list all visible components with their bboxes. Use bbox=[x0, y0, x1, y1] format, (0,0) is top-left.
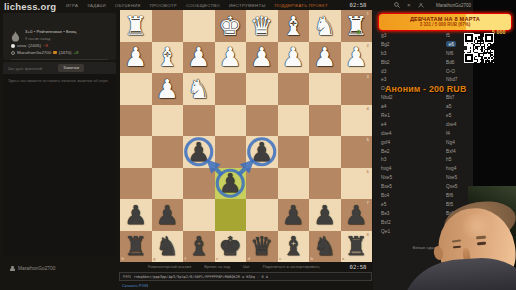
move-13b[interactable]: Ng4 bbox=[446, 139, 476, 148]
square-f4[interactable] bbox=[183, 105, 215, 137]
white-rating-delta: −8 bbox=[43, 43, 48, 48]
white-pawn[interactable]: ♟ bbox=[309, 42, 341, 74]
analysis-tab[interactable]: Компьютерный анализ bbox=[148, 264, 191, 269]
rank-label: 7 bbox=[367, 200, 369, 205]
analysis-tab[interactable]: Поделиться и экспортировать bbox=[263, 264, 320, 269]
move-18w[interactable]: Bxe5 bbox=[381, 183, 446, 192]
move-5w[interactable]: d3 bbox=[381, 68, 446, 77]
blitz-flame-icon bbox=[11, 31, 20, 43]
move-16w[interactable]: hxg4 bbox=[381, 165, 446, 174]
analysis-tab[interactable]: Время на ход bbox=[204, 264, 230, 269]
move-22w[interactable]: Bxf2 bbox=[381, 219, 446, 228]
goal-counter-min: 0 bbox=[357, 29, 360, 35]
square-d3[interactable] bbox=[246, 73, 278, 105]
lichess-analysis-page: lichess.org ИГРАЗАДАЧИОБУЧЕНИЕПРОСМОТРСО… bbox=[0, 0, 516, 290]
rank-label: 6 bbox=[367, 169, 369, 174]
menu-item[interactable]: ЗАДАЧИ bbox=[87, 3, 106, 8]
streamer-badge-icon bbox=[53, 51, 57, 55]
menu-item[interactable]: ПОДДЕРЖАТЬ ПРОЕКТ bbox=[275, 3, 328, 8]
menu-item[interactable]: ИГРА bbox=[66, 3, 78, 8]
white-pawn[interactable]: ♟ bbox=[152, 73, 184, 105]
square-g4[interactable] bbox=[152, 105, 184, 137]
black-pawn[interactable]: ♟ bbox=[278, 199, 310, 231]
rank-label: 8 bbox=[367, 232, 369, 237]
move-14w[interactable]: Be2 bbox=[381, 148, 446, 157]
square-b4[interactable] bbox=[309, 105, 341, 137]
move-10w[interactable]: Re1 bbox=[381, 112, 446, 121]
white-color-icon bbox=[11, 44, 15, 48]
header-username[interactable]: MarathonGo2700 bbox=[436, 3, 471, 8]
square-b6[interactable] bbox=[309, 168, 341, 200]
black-bishop[interactable]: ♝ bbox=[183, 231, 215, 263]
white-player-line[interactable]: vova (2405) −8 bbox=[11, 43, 48, 48]
share-link[interactable]: Скачать PGN bbox=[122, 283, 148, 288]
move-12b[interactable]: f4 bbox=[446, 130, 476, 139]
file-label: g bbox=[153, 256, 156, 261]
white-rook[interactable]: ♜ bbox=[120, 10, 152, 42]
move-16b[interactable]: hxg4 bbox=[446, 165, 476, 174]
square-e4[interactable] bbox=[215, 105, 247, 137]
bottom-player-name: MarathonGo2700 bbox=[18, 266, 55, 271]
fen-label: FEN bbox=[123, 274, 131, 279]
move-13w[interactable]: gxf4 bbox=[381, 139, 446, 148]
move-1w[interactable]: g3 bbox=[381, 32, 446, 41]
tab-notes[interactable]: Заметки bbox=[58, 64, 84, 72]
time-control: 3+0 • Рейтинговая • Блиц bbox=[25, 29, 76, 34]
black-pawn[interactable]: ♟ bbox=[120, 199, 152, 231]
move-15w[interactable]: h3 bbox=[381, 156, 446, 165]
move-19w[interactable]: Bc4 bbox=[381, 192, 446, 201]
fen-row[interactable]: FEN rnbqkbnr/ppp3pp/4p3/3p1p2/8/5NP1/PPP… bbox=[119, 272, 372, 281]
lichess-logo[interactable]: lichess.org bbox=[4, 1, 56, 12]
black-pawn[interactable]: ♟ bbox=[246, 136, 278, 168]
move-2w[interactable]: Bg2 bbox=[381, 41, 446, 50]
square-c5[interactable] bbox=[278, 136, 310, 168]
file-label: e bbox=[216, 256, 218, 261]
top-menu: ИГРАЗАДАЧИОБУЧЕНИЕПРОСМОТРСООБЩЕСТВОИНСТ… bbox=[66, 3, 328, 8]
notes-placeholder: Здесь вы можете оставить личные заметки … bbox=[8, 78, 110, 84]
white-queen[interactable]: ♛ bbox=[246, 10, 278, 42]
chess-board[interactable]: ♜♚♛♝♞♜♟♝♟♟♟♟♟♟♟♞♟♟♟♟♟♟♟♟♜♞♝♚♛♝♞♜12345678… bbox=[120, 10, 372, 262]
black-rook[interactable]: ♜ bbox=[120, 231, 152, 263]
move-12w[interactable]: dxe4 bbox=[381, 130, 446, 139]
square-c6[interactable] bbox=[278, 168, 310, 200]
file-label: f bbox=[185, 256, 186, 261]
square-b3[interactable] bbox=[309, 73, 341, 105]
qr-code bbox=[464, 33, 494, 63]
move-4w[interactable]: Bb2 bbox=[381, 59, 446, 68]
analysis-tabs: Компьютерный анализВремя на ходЧатПодели… bbox=[148, 264, 320, 269]
square-b5[interactable] bbox=[309, 136, 341, 168]
black-pawn[interactable]: ♟ bbox=[152, 199, 184, 231]
file-label: h bbox=[122, 256, 125, 261]
move-17b[interactable]: Nxe5 bbox=[446, 174, 476, 183]
notes-textarea[interactable] bbox=[3, 74, 116, 256]
move-5b[interactable]: O-O bbox=[446, 68, 476, 77]
rank-label: 5 bbox=[367, 137, 369, 142]
move-3w[interactable]: b3 bbox=[381, 50, 446, 59]
square-h6[interactable] bbox=[120, 168, 152, 200]
square-f7[interactable] bbox=[183, 199, 215, 231]
header-icons: × bbox=[394, 2, 424, 8]
file-label: b bbox=[311, 256, 314, 261]
file-label: d bbox=[248, 256, 251, 261]
square-f1[interactable] bbox=[183, 10, 215, 42]
move-17w[interactable]: Nxe5 bbox=[381, 174, 446, 183]
white-pawn[interactable]: ♟ bbox=[215, 42, 247, 74]
square-e5[interactable] bbox=[215, 136, 247, 168]
person-icon bbox=[10, 266, 15, 271]
square-c3[interactable] bbox=[278, 73, 310, 105]
move-9w[interactable]: a4 bbox=[381, 103, 446, 112]
rank-label: 2 bbox=[367, 43, 369, 48]
black-player-name: MarathonGo2700 bbox=[17, 50, 51, 55]
square-d7[interactable] bbox=[246, 199, 278, 231]
move-15b[interactable]: h5 bbox=[446, 156, 476, 165]
file-label: c bbox=[279, 256, 281, 261]
white-player-rating: (2405) bbox=[28, 43, 41, 48]
menu-item[interactable]: СООБЩЕСТВО bbox=[186, 3, 220, 8]
game-meta-box: 3+0 • Рейтинговая • Блиц 9 часов назад v… bbox=[3, 13, 116, 60]
move-21w[interactable]: Be3 bbox=[381, 210, 446, 219]
challenge-icon[interactable] bbox=[418, 2, 424, 8]
divider bbox=[11, 59, 108, 60]
goal-counter-max: 5 000 bbox=[492, 29, 506, 35]
menu-item[interactable]: ИНСТРУМЕНТЫ bbox=[229, 3, 266, 8]
black-king[interactable]: ♚ bbox=[215, 231, 247, 263]
rank-label: 1 bbox=[367, 11, 369, 16]
move-11b[interactable]: dxe4 bbox=[446, 121, 476, 130]
square-f6[interactable] bbox=[183, 168, 215, 200]
white-pawn[interactable]: ♟ bbox=[246, 42, 278, 74]
white-pawn[interactable]: ♟ bbox=[183, 42, 215, 74]
white-clock: 02:58 bbox=[344, 1, 372, 9]
square-c4[interactable] bbox=[278, 105, 310, 137]
square-d6[interactable] bbox=[246, 168, 278, 200]
black-player-rating: (2470) bbox=[59, 50, 72, 55]
square-g6[interactable] bbox=[152, 168, 184, 200]
black-color-icon bbox=[11, 51, 15, 55]
move-10b[interactable]: e5 bbox=[446, 112, 476, 121]
bottom-player-row[interactable]: MarathonGo2700 bbox=[10, 266, 55, 271]
square-g1[interactable] bbox=[152, 10, 184, 42]
white-player-name: vova bbox=[17, 43, 26, 48]
rank-label: 3 bbox=[367, 74, 369, 79]
tab-spectator-chat[interactable]: Чат для зрителей bbox=[8, 66, 42, 71]
black-knight[interactable]: ♞ bbox=[309, 231, 341, 263]
black-player-line[interactable]: MarathonGo2700 (2470) +8 bbox=[11, 50, 78, 55]
black-pawn[interactable]: ♟ bbox=[183, 136, 215, 168]
white-knight[interactable]: ♞ bbox=[183, 73, 215, 105]
black-rating-delta: +8 bbox=[73, 50, 78, 55]
move-20w[interactable]: e5 bbox=[381, 201, 446, 210]
square-h4[interactable] bbox=[120, 105, 152, 137]
white-bishop[interactable]: ♝ bbox=[152, 42, 184, 74]
move-11w[interactable]: e4 bbox=[381, 121, 446, 130]
last-move-highlight bbox=[215, 199, 247, 231]
donation-goal-progress: 3 331 / 5 000 RUB (67%) bbox=[379, 22, 511, 27]
move-9b[interactable]: a5 bbox=[446, 103, 476, 112]
square-d4[interactable] bbox=[246, 105, 278, 137]
black-clock: 02:58 bbox=[344, 263, 372, 271]
menu-item[interactable]: ПРОСМОТР bbox=[150, 3, 177, 8]
black-queen[interactable]: ♛ bbox=[246, 231, 278, 263]
search-icon[interactable] bbox=[394, 2, 400, 8]
fen-value[interactable]: rnbqkbnr/ppp3pp/4p3/3p1p2/8/5NP1/PPPPPPB… bbox=[134, 275, 268, 279]
square-h3[interactable] bbox=[120, 73, 152, 105]
black-pawn[interactable]: ♟ bbox=[215, 168, 247, 200]
white-pawn[interactable]: ♟ bbox=[120, 42, 152, 74]
close-icon[interactable]: × bbox=[407, 2, 411, 8]
move-8w[interactable]: Nbd2 bbox=[381, 94, 446, 103]
game-date: 9 часов назад bbox=[25, 36, 50, 41]
white-king[interactable]: ♚ bbox=[215, 10, 247, 42]
move-8b[interactable]: Bb7 bbox=[446, 94, 476, 103]
black-pawn[interactable]: ♟ bbox=[309, 199, 341, 231]
black-bishop[interactable]: ♝ bbox=[278, 231, 310, 263]
donation-alert: Аноним - 200 RUB bbox=[385, 84, 515, 94]
white-bishop[interactable]: ♝ bbox=[278, 10, 310, 42]
white-knight[interactable]: ♞ bbox=[309, 10, 341, 42]
rank-label: 4 bbox=[367, 106, 369, 111]
menu-item[interactable]: ОБУЧЕНИЕ bbox=[115, 3, 141, 8]
square-h5[interactable] bbox=[120, 136, 152, 168]
square-g5[interactable] bbox=[152, 136, 184, 168]
square-e3[interactable] bbox=[215, 73, 247, 105]
move-14b[interactable]: Bxf4 bbox=[446, 148, 476, 157]
white-pawn[interactable]: ♟ bbox=[278, 42, 310, 74]
analysis-tab[interactable]: Чат bbox=[243, 264, 250, 269]
black-knight[interactable]: ♞ bbox=[152, 231, 184, 263]
file-label: a bbox=[342, 256, 344, 261]
